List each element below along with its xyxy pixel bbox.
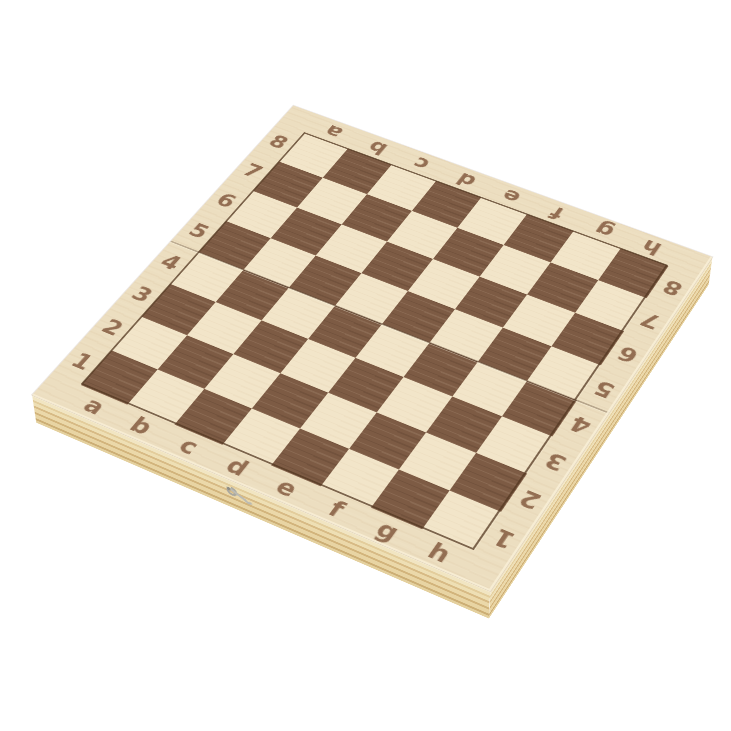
rank-label-right-7-glyph: 7 [637,309,664,331]
file-label-far-h-glyph: h [638,237,665,258]
file-label-near-e-glyph: e [271,475,301,500]
rank-label-left-2-glyph: 2 [98,316,128,338]
file-label-near-d-glyph: d [222,454,253,479]
rank-label-right-1-glyph: 1 [489,525,519,551]
rank-label-right-2-glyph: 2 [515,487,545,513]
rank-label-left-7-glyph: 7 [239,161,266,181]
file-label-near-c-glyph: c [175,435,203,459]
file-label-far-a-glyph: a [321,123,347,142]
file-label-near-f-glyph: f [324,498,348,521]
board-scene: abcdefgh8877665544332211abcdefgh [32,106,712,591]
rank-label-right-6-glyph: 6 [614,343,642,366]
file-label-near-g-glyph: g [372,518,403,545]
product-photo: abcdefgh8877665544332211abcdefgh [0,0,731,731]
file-label-near-a-glyph: a [79,394,109,418]
file-label-near-h-glyph: h [424,539,455,566]
file-label-far-b-glyph: b [364,138,391,157]
rank-label-left-8-glyph: 8 [265,133,292,152]
rank-label-left-3-glyph: 3 [127,284,156,306]
rank-label-right-3-glyph: 3 [541,449,570,474]
file-label-far-e-glyph: e [498,186,524,206]
rank-label-left-5-glyph: 5 [185,221,213,242]
file-label-far-c-glyph: c [409,154,433,173]
rank-label-right-8-glyph: 8 [659,277,686,299]
file-label-far-g-glyph: g [591,220,618,241]
rank-label-left-4-glyph: 4 [156,252,185,273]
file-label-far-f-glyph: f [547,204,568,222]
rank-label-right-5-glyph: 5 [591,377,619,401]
chess-board: abcdefgh8877665544332211abcdefgh [32,106,712,591]
rank-label-right-4-glyph: 4 [566,413,595,437]
file-label-far-d-glyph: d [453,170,480,190]
file-label-near-b-glyph: b [126,414,157,438]
rank-label-left-1-glyph: 1 [67,350,97,373]
rank-label-left-6-glyph: 6 [212,191,240,211]
